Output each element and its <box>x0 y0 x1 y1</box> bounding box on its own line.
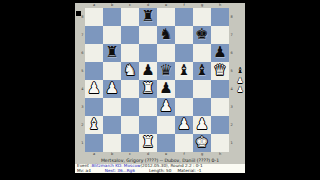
square-g4[interactable] <box>193 80 211 98</box>
square-c6[interactable] <box>121 44 139 62</box>
square-h4[interactable] <box>211 80 229 98</box>
square-g7[interactable]: ♚ <box>193 26 211 44</box>
square-a3[interactable] <box>85 98 103 116</box>
square-d5[interactable]: ♟ <box>139 62 157 80</box>
square-e8[interactable] <box>157 8 175 26</box>
square-c4[interactable] <box>121 80 139 98</box>
black-to-move-indicator <box>76 11 81 16</box>
white-pawn-icon: ♟ <box>235 76 245 86</box>
black-rook[interactable]: ♜ <box>139 8 157 26</box>
white-king[interactable]: ♚ <box>193 134 211 152</box>
rank-label-7: 7 <box>229 26 245 44</box>
square-c1[interactable] <box>121 134 139 152</box>
square-b7[interactable] <box>103 26 121 44</box>
square-e6[interactable] <box>157 44 175 62</box>
black-bishop-icon: ♝ <box>235 66 245 76</box>
rank-labels-right: ♝♟♟ 87654321 <box>229 8 245 152</box>
square-h6[interactable]: ♟ <box>211 44 229 62</box>
square-g3[interactable] <box>193 98 211 116</box>
rank-label-1: 1 <box>75 134 85 152</box>
black-rook[interactable]: ♜ <box>103 44 121 62</box>
material-tray: ♝♟♟ <box>235 66 245 95</box>
white-knight[interactable]: ♞ <box>121 62 139 80</box>
square-f3[interactable] <box>175 98 193 116</box>
square-b8[interactable] <box>103 8 121 26</box>
black-knight[interactable]: ♞ <box>157 26 175 44</box>
square-a4[interactable]: ♟ <box>85 80 103 98</box>
white-pawn[interactable]: ♟ <box>103 80 121 98</box>
white-pawn-icon: ♟ <box>235 85 245 95</box>
square-g2[interactable]: ♟ <box>193 116 211 134</box>
square-a7[interactable] <box>85 26 103 44</box>
rank-label-4: 4 <box>75 80 85 98</box>
white-pawn[interactable]: ♟ <box>175 116 193 134</box>
square-f2[interactable]: ♟ <box>175 116 193 134</box>
black-bishop[interactable]: ♝ <box>193 62 211 80</box>
game-info-footer: Event : Blitzmarch KO: Moscow (2012.05.3… <box>75 164 245 173</box>
rank-label-2: 2 <box>229 116 245 134</box>
square-f7[interactable] <box>175 26 193 44</box>
square-b6[interactable]: ♜ <box>103 44 121 62</box>
square-d3[interactable] <box>139 98 157 116</box>
status-line: Mv: a4 Next: 36...Rg6 Length: 50 Materia… <box>77 169 245 174</box>
square-h1[interactable] <box>211 134 229 152</box>
square-f8[interactable] <box>175 8 193 26</box>
rank-label-3: 3 <box>229 98 245 116</box>
square-g6[interactable] <box>193 44 211 62</box>
black-pawn[interactable]: ♟ <box>139 62 157 80</box>
square-a1[interactable] <box>85 134 103 152</box>
white-bishop[interactable]: ♝ <box>85 116 103 134</box>
square-a8[interactable] <box>85 8 103 26</box>
square-c7[interactable] <box>121 26 139 44</box>
square-a2[interactable]: ♝ <box>85 116 103 134</box>
white-rook[interactable]: ♜ <box>139 134 157 152</box>
square-h5[interactable]: ♛ <box>211 62 229 80</box>
black-pawn[interactable]: ♟ <box>211 44 229 62</box>
white-pawn[interactable]: ♟ <box>157 98 175 116</box>
square-f4[interactable] <box>175 80 193 98</box>
square-g1[interactable]: ♚ <box>193 134 211 152</box>
square-a6[interactable] <box>85 44 103 62</box>
square-h2[interactable] <box>211 116 229 134</box>
rank-label-1: 1 <box>229 134 245 152</box>
square-h3[interactable] <box>211 98 229 116</box>
rank-label-5: 5 <box>75 62 85 80</box>
square-b5[interactable] <box>103 62 121 80</box>
square-e1[interactable] <box>157 134 175 152</box>
length-label: Length: 50 <box>149 169 172 174</box>
square-d2[interactable] <box>139 116 157 134</box>
square-g5[interactable]: ♝ <box>193 62 211 80</box>
black-queen[interactable]: ♛ <box>157 62 175 80</box>
square-b1[interactable] <box>103 134 121 152</box>
square-f6[interactable] <box>175 44 193 62</box>
square-f1[interactable] <box>175 134 193 152</box>
rank-label-6: 6 <box>229 44 245 62</box>
black-pawn[interactable]: ♟ <box>157 80 175 98</box>
next-move-label: Next: 36...Rg6 <box>105 169 135 174</box>
chess-frame: abcdefgh 87654321 ♜♞♚♜♟♞♟♛♝♝♛♟♟♜♟♟♝♟♟♜♚ … <box>75 3 245 172</box>
square-c2[interactable] <box>121 116 139 134</box>
material-label: Material: -1 <box>177 169 201 174</box>
white-rook[interactable]: ♜ <box>139 80 157 98</box>
square-d6[interactable] <box>139 44 157 62</box>
square-c5[interactable]: ♞ <box>121 62 139 80</box>
rank-label-7: 7 <box>75 26 85 44</box>
square-h7[interactable] <box>211 26 229 44</box>
square-e7[interactable]: ♞ <box>157 26 175 44</box>
square-e3[interactable]: ♟ <box>157 98 175 116</box>
black-bishop[interactable]: ♝ <box>175 62 193 80</box>
square-f5[interactable]: ♝ <box>175 62 193 80</box>
square-c3[interactable] <box>121 98 139 116</box>
square-d1[interactable]: ♜ <box>139 134 157 152</box>
white-queen[interactable]: ♛ <box>211 62 229 80</box>
square-g8[interactable] <box>193 8 211 26</box>
rank-labels-left: 87654321 <box>75 8 85 152</box>
square-b3[interactable] <box>103 98 121 116</box>
rank-label-8: 8 <box>229 8 245 26</box>
rank-label-3: 3 <box>75 98 85 116</box>
video-frame: abcdefgh 87654321 ♜♞♚♜♟♞♟♛♝♝♛♟♟♜♟♟♝♟♟♜♚ … <box>0 0 320 180</box>
square-b4[interactable]: ♟ <box>103 80 121 98</box>
square-c8[interactable] <box>121 8 139 26</box>
rank-label-2: 2 <box>75 116 85 134</box>
move-label: Mv: a4 <box>77 169 91 174</box>
square-e2[interactable] <box>157 116 175 134</box>
white-pawn[interactable]: ♟ <box>85 80 103 98</box>
black-king[interactable]: ♚ <box>193 26 211 44</box>
square-e4[interactable]: ♟ <box>157 80 175 98</box>
square-a5[interactable] <box>85 62 103 80</box>
square-e5[interactable]: ♛ <box>157 62 175 80</box>
chess-board[interactable]: ♜♞♚♜♟♞♟♛♝♝♛♟♟♜♟♟♝♟♟♜♚ <box>85 8 229 152</box>
square-d8[interactable]: ♜ <box>139 8 157 26</box>
square-h8[interactable] <box>211 8 229 26</box>
white-pawn[interactable]: ♟ <box>193 116 211 134</box>
square-d7[interactable] <box>139 26 157 44</box>
square-d4[interactable]: ♜ <box>139 80 157 98</box>
square-b2[interactable] <box>103 116 121 134</box>
rank-label-6: 6 <box>75 44 85 62</box>
